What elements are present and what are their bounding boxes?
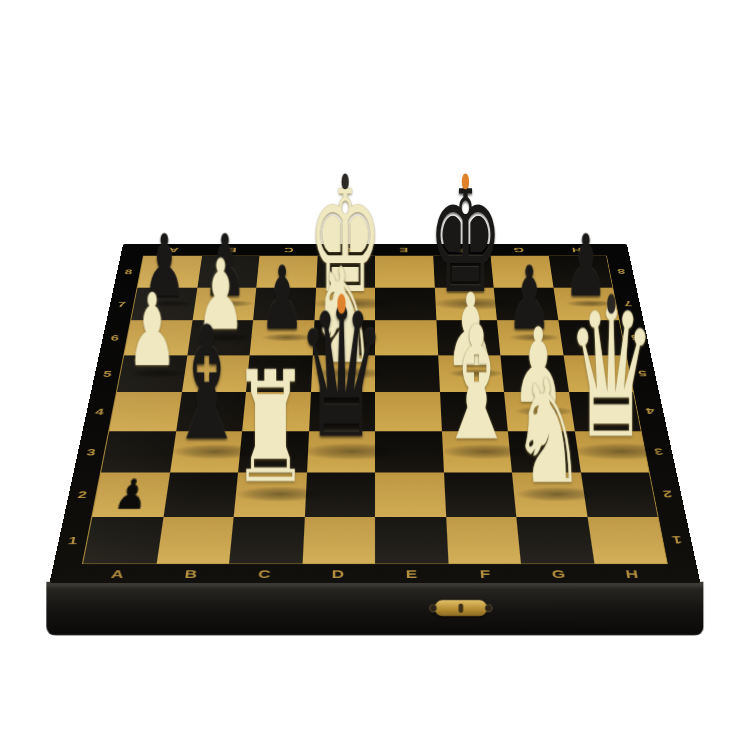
box-front-face	[46, 582, 703, 636]
rank-label-left-6: 6	[110, 333, 120, 341]
square-b8[interactable]	[197, 256, 259, 287]
clasp-keyhole	[459, 604, 464, 613]
file-label-back-c: C	[283, 247, 294, 254]
file-label-back-g: G	[513, 247, 525, 254]
finial-tip-icon	[337, 294, 346, 313]
rank-label-left-8: 8	[124, 268, 134, 275]
square-a8[interactable]	[138, 256, 202, 287]
file-label-back-e: E	[399, 247, 409, 254]
file-label-back-b: B	[226, 247, 237, 254]
file-label-back-d: D	[341, 247, 351, 254]
square-f8[interactable]	[433, 256, 494, 287]
white-rook-icon: ♜	[204, 352, 337, 505]
finial-tip-icon	[341, 173, 348, 189]
clasp-icon	[435, 600, 488, 616]
file-label-back-f: F	[457, 247, 466, 254]
file-label-back-a: A	[168, 247, 179, 254]
finial-tip-icon	[607, 294, 616, 313]
finial-tip-icon	[462, 173, 469, 189]
white-knight-icon: ♞	[482, 360, 615, 504]
file-label-back-h: H	[571, 247, 582, 254]
rank-label-left-5: 5	[103, 369, 113, 378]
rank-label-left-7: 7	[117, 300, 127, 308]
square-g8[interactable]	[491, 256, 553, 287]
board-plane: AABBCCDDEEFFGGHH1122334455667788♟ ♚♚♟♟♟♟…	[49, 244, 700, 583]
